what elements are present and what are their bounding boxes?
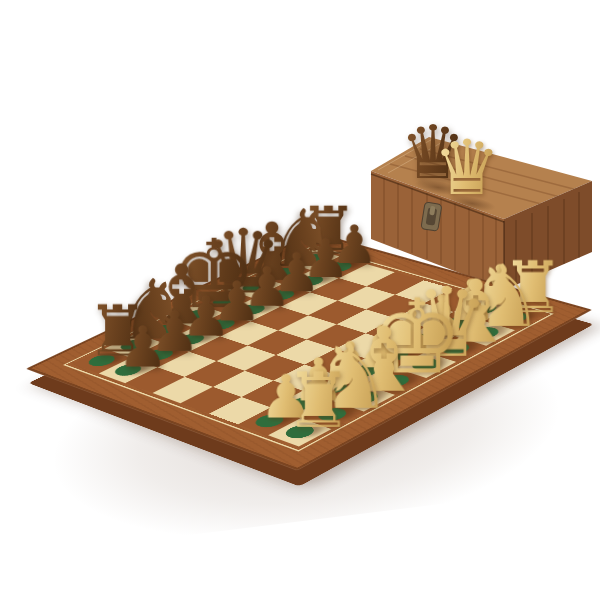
- board-square: [153, 377, 213, 403]
- board-frame: ♜♞♝♚♛♝♞♜♟♟♟♟♟♟♟♟♟♟♟♟♟♟♟♟♜♞♝♚♛♝♞♜: [26, 232, 592, 471]
- light-rook: ♜: [284, 363, 352, 439]
- chess-board: ♜♞♝♚♛♝♞♜♟♟♟♟♟♟♟♟♟♟♟♟♟♟♟♟♜♞♝♚♛♝♞♜: [26, 232, 592, 471]
- dark-pawn: ♟: [117, 319, 168, 376]
- product-photo-chess-set: ♛♛ ♜♞♝♚♛♝♞♜♟♟♟♟♟♟♟♟♟♟♟♟♟♟♟♟♜♞♝♚♛♝♞♜: [0, 0, 600, 600]
- board-scene: ♜♞♝♚♛♝♞♜♟♟♟♟♟♟♟♟♟♟♟♟♟♟♟♟♜♞♝♚♛♝♞♜: [0, 0, 600, 600]
